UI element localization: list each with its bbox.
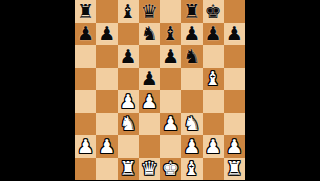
- piece-black-pawn[interactable]: ♟: [77, 24, 94, 43]
- piece-black-king[interactable]: ♚: [205, 1, 222, 20]
- square-f8[interactable]: ♜: [181, 0, 202, 23]
- square-d2[interactable]: [139, 135, 160, 158]
- square-f7[interactable]: ♟: [181, 23, 202, 46]
- square-e5[interactable]: [160, 68, 181, 91]
- square-a5[interactable]: [75, 68, 96, 91]
- square-c1[interactable]: ♜: [118, 158, 139, 181]
- piece-white-pawn[interactable]: ♟: [162, 114, 179, 133]
- piece-white-pawn[interactable]: ♟: [141, 91, 158, 110]
- square-e2[interactable]: [160, 135, 181, 158]
- square-a1[interactable]: [75, 158, 96, 181]
- square-a4[interactable]: [75, 90, 96, 113]
- piece-black-knight[interactable]: ♞: [141, 24, 158, 43]
- piece-white-rook[interactable]: ♜: [120, 159, 137, 178]
- screenshot-root: ♜♝♛♜♚♟♟♞♝♟♟♟♟♟♞♟♝♟♟♞♟♞♟♟♟♟♟♜♛♚♝♜: [0, 0, 320, 180]
- square-c3[interactable]: ♞: [118, 113, 139, 136]
- square-c8[interactable]: ♝: [118, 0, 139, 23]
- piece-black-pawn[interactable]: ♟: [226, 24, 243, 43]
- square-b2[interactable]: ♟: [96, 135, 117, 158]
- piece-white-king[interactable]: ♚: [162, 159, 179, 178]
- square-a2[interactable]: ♟: [75, 135, 96, 158]
- piece-black-knight[interactable]: ♞: [183, 46, 200, 65]
- piece-white-pawn[interactable]: ♟: [183, 136, 200, 155]
- square-h3[interactable]: [224, 113, 245, 136]
- right-letterbox-bar: [245, 0, 320, 180]
- square-b7[interactable]: ♟: [96, 23, 117, 46]
- square-f4[interactable]: [181, 90, 202, 113]
- square-e1[interactable]: ♚: [160, 158, 181, 181]
- square-f2[interactable]: ♟: [181, 135, 202, 158]
- square-g1[interactable]: [203, 158, 224, 181]
- square-h6[interactable]: [224, 45, 245, 68]
- square-c5[interactable]: [118, 68, 139, 91]
- square-h2[interactable]: ♟: [224, 135, 245, 158]
- square-a7[interactable]: ♟: [75, 23, 96, 46]
- piece-black-pawn[interactable]: ♟: [141, 69, 158, 88]
- piece-black-pawn[interactable]: ♟: [183, 24, 200, 43]
- piece-white-knight[interactable]: ♞: [183, 114, 200, 133]
- square-c7[interactable]: [118, 23, 139, 46]
- square-e7[interactable]: ♝: [160, 23, 181, 46]
- square-f5[interactable]: [181, 68, 202, 91]
- square-d5[interactable]: ♟: [139, 68, 160, 91]
- piece-white-rook[interactable]: ♜: [226, 159, 243, 178]
- square-h8[interactable]: [224, 0, 245, 23]
- chess-board[interactable]: ♜♝♛♜♚♟♟♞♝♟♟♟♟♟♞♟♝♟♟♞♟♞♟♟♟♟♟♜♛♚♝♜: [75, 0, 245, 180]
- square-f1[interactable]: ♝: [181, 158, 202, 181]
- square-d8[interactable]: ♛: [139, 0, 160, 23]
- piece-white-pawn[interactable]: ♟: [120, 91, 137, 110]
- piece-black-bishop[interactable]: ♝: [120, 1, 137, 20]
- square-d1[interactable]: ♛: [139, 158, 160, 181]
- square-h1[interactable]: ♜: [224, 158, 245, 181]
- piece-black-pawn[interactable]: ♟: [162, 46, 179, 65]
- square-h7[interactable]: ♟: [224, 23, 245, 46]
- square-b6[interactable]: [96, 45, 117, 68]
- square-g8[interactable]: ♚: [203, 0, 224, 23]
- piece-white-pawn[interactable]: ♟: [226, 136, 243, 155]
- square-e3[interactable]: ♟: [160, 113, 181, 136]
- piece-black-bishop[interactable]: ♝: [162, 24, 179, 43]
- piece-black-rook[interactable]: ♜: [77, 1, 94, 20]
- square-f6[interactable]: ♞: [181, 45, 202, 68]
- piece-black-pawn[interactable]: ♟: [205, 24, 222, 43]
- square-b4[interactable]: [96, 90, 117, 113]
- piece-white-bishop[interactable]: ♝: [183, 159, 200, 178]
- square-g6[interactable]: [203, 45, 224, 68]
- square-d4[interactable]: ♟: [139, 90, 160, 113]
- square-d3[interactable]: [139, 113, 160, 136]
- piece-black-pawn[interactable]: ♟: [120, 46, 137, 65]
- square-b3[interactable]: [96, 113, 117, 136]
- piece-white-pawn[interactable]: ♟: [77, 136, 94, 155]
- piece-white-bishop[interactable]: ♝: [205, 69, 222, 88]
- square-g3[interactable]: [203, 113, 224, 136]
- square-a8[interactable]: ♜: [75, 0, 96, 23]
- square-c6[interactable]: ♟: [118, 45, 139, 68]
- piece-black-queen[interactable]: ♛: [141, 1, 158, 20]
- square-h5[interactable]: [224, 68, 245, 91]
- square-g7[interactable]: ♟: [203, 23, 224, 46]
- square-e6[interactable]: ♟: [160, 45, 181, 68]
- piece-black-pawn[interactable]: ♟: [98, 24, 115, 43]
- square-g4[interactable]: [203, 90, 224, 113]
- square-e8[interactable]: [160, 0, 181, 23]
- square-b1[interactable]: [96, 158, 117, 181]
- square-b8[interactable]: [96, 0, 117, 23]
- square-d7[interactable]: ♞: [139, 23, 160, 46]
- piece-white-queen[interactable]: ♛: [141, 159, 158, 178]
- piece-white-pawn[interactable]: ♟: [98, 136, 115, 155]
- square-f3[interactable]: ♞: [181, 113, 202, 136]
- piece-white-pawn[interactable]: ♟: [205, 136, 222, 155]
- square-a3[interactable]: [75, 113, 96, 136]
- square-d6[interactable]: [139, 45, 160, 68]
- piece-black-rook[interactable]: ♜: [183, 1, 200, 20]
- square-e4[interactable]: [160, 90, 181, 113]
- square-g5[interactable]: ♝: [203, 68, 224, 91]
- square-h4[interactable]: [224, 90, 245, 113]
- square-b5[interactable]: [96, 68, 117, 91]
- square-g2[interactable]: ♟: [203, 135, 224, 158]
- square-c4[interactable]: ♟: [118, 90, 139, 113]
- square-a6[interactable]: [75, 45, 96, 68]
- left-letterbox-bar: [0, 0, 75, 180]
- square-c2[interactable]: [118, 135, 139, 158]
- piece-white-knight[interactable]: ♞: [120, 114, 137, 133]
